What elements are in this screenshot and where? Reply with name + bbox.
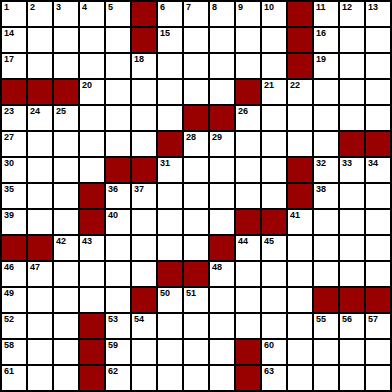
cell-r2c1[interactable] — [28, 54, 52, 78]
cell-r7c12[interactable]: 38 — [314, 184, 338, 208]
cell-r6c13[interactable]: 33 — [340, 158, 364, 182]
clue-number: 57 — [368, 314, 378, 324]
cell-r13c0[interactable]: 58 — [2, 340, 26, 364]
cell-r1c0[interactable]: 14 — [2, 28, 26, 52]
cell-r13c4[interactable]: 59 — [106, 340, 130, 364]
cell-r14c14[interactable] — [366, 366, 390, 390]
clue-number: 16 — [316, 28, 326, 38]
cell-r4c3[interactable] — [80, 106, 104, 130]
cell-r5c12[interactable] — [314, 132, 338, 156]
cell-r10c2[interactable] — [54, 262, 78, 286]
cell-r8c5[interactable] — [132, 210, 156, 234]
cell-r3c7[interactable] — [184, 80, 208, 104]
cell-r2c5[interactable]: 18 — [132, 54, 156, 78]
clue-number: 49 — [4, 288, 14, 298]
cell-r12c13[interactable]: 56 — [340, 314, 364, 338]
cell-r10c8[interactable]: 48 — [210, 262, 234, 286]
clue-number: 50 — [160, 288, 170, 298]
cell-r7c7[interactable] — [184, 184, 208, 208]
cell-r12c12[interactable]: 55 — [314, 314, 338, 338]
cell-r2c3[interactable] — [80, 54, 104, 78]
cell-r4c9[interactable]: 26 — [236, 106, 260, 130]
block-cell-r11c5 — [132, 288, 156, 312]
cell-r11c0[interactable]: 49 — [2, 288, 26, 312]
cell-r8c0[interactable]: 39 — [2, 210, 26, 234]
cell-r11c3[interactable] — [80, 288, 104, 312]
cell-r3c13[interactable] — [340, 80, 364, 104]
cell-r0c7[interactable]: 7 — [184, 2, 208, 26]
clue-number: 43 — [82, 236, 92, 246]
cell-r1c10[interactable] — [262, 28, 286, 52]
cell-r5c11[interactable] — [288, 132, 312, 156]
cell-r6c10[interactable] — [262, 158, 286, 182]
clue-number: 36 — [108, 184, 118, 194]
cell-r10c11[interactable] — [288, 262, 312, 286]
clue-number: 6 — [160, 2, 165, 12]
block-cell-r14c9 — [236, 366, 260, 390]
cell-r11c1[interactable] — [28, 288, 52, 312]
block-cell-r5c14 — [366, 132, 390, 156]
cell-r12c2[interactable] — [54, 314, 78, 338]
block-cell-r6c5 — [132, 158, 156, 182]
cell-r6c3[interactable] — [80, 158, 104, 182]
cell-r9c3[interactable]: 43 — [80, 236, 104, 260]
cell-r7c0[interactable]: 35 — [2, 184, 26, 208]
cell-r7c13[interactable] — [340, 184, 364, 208]
cell-r2c0[interactable]: 17 — [2, 54, 26, 78]
clue-number: 52 — [4, 314, 14, 324]
cell-r13c13[interactable] — [340, 340, 364, 364]
clue-number: 12 — [342, 2, 352, 12]
clue-number: 33 — [342, 158, 352, 168]
clue-number: 38 — [316, 184, 326, 194]
cell-r9c14[interactable] — [366, 236, 390, 260]
block-cell-r8c9 — [236, 210, 260, 234]
cell-r9c12[interactable] — [314, 236, 338, 260]
block-cell-r8c10 — [262, 210, 286, 234]
block-cell-r13c3 — [80, 340, 104, 364]
cell-r3c8[interactable] — [210, 80, 234, 104]
clue-number: 48 — [212, 262, 222, 272]
cell-r11c4[interactable] — [106, 288, 130, 312]
cell-r3c10[interactable]: 21 — [262, 80, 286, 104]
cell-r2c9[interactable] — [236, 54, 260, 78]
clue-number: 1 — [4, 2, 9, 12]
cell-r1c8[interactable] — [210, 28, 234, 52]
cell-r8c13[interactable] — [340, 210, 364, 234]
clue-number: 18 — [134, 54, 144, 64]
clue-number: 63 — [264, 366, 274, 376]
cell-r0c9[interactable]: 9 — [236, 2, 260, 26]
cell-r14c10[interactable]: 63 — [262, 366, 286, 390]
block-cell-r10c7 — [184, 262, 208, 286]
clue-number: 14 — [4, 28, 14, 38]
cell-r12c8[interactable] — [210, 314, 234, 338]
block-cell-r6c4 — [106, 158, 130, 182]
cell-r14c12[interactable] — [314, 366, 338, 390]
cell-r2c6[interactable] — [158, 54, 182, 78]
cell-r1c12[interactable]: 16 — [314, 28, 338, 52]
cell-r4c4[interactable] — [106, 106, 130, 130]
clue-number: 47 — [30, 262, 40, 272]
cell-r7c8[interactable] — [210, 184, 234, 208]
cell-r14c0[interactable]: 61 — [2, 366, 26, 390]
cell-r7c1[interactable] — [28, 184, 52, 208]
clue-number: 41 — [290, 210, 300, 220]
block-cell-r4c8 — [210, 106, 234, 130]
cell-r7c4[interactable]: 36 — [106, 184, 130, 208]
clue-number: 24 — [30, 106, 40, 116]
cell-r4c12[interactable] — [314, 106, 338, 130]
cell-r0c1[interactable]: 2 — [28, 2, 52, 26]
cell-r12c7[interactable] — [184, 314, 208, 338]
cell-r6c2[interactable] — [54, 158, 78, 182]
clue-number: 4 — [82, 2, 87, 12]
block-cell-r11c12 — [314, 288, 338, 312]
clue-number: 39 — [4, 210, 14, 220]
cell-r8c12[interactable] — [314, 210, 338, 234]
cell-r13c14[interactable] — [366, 340, 390, 364]
cell-r9c13[interactable] — [340, 236, 364, 260]
clue-number: 45 — [264, 236, 274, 246]
clue-number: 23 — [4, 106, 14, 116]
block-cell-r5c13 — [340, 132, 364, 156]
cell-r14c7[interactable] — [184, 366, 208, 390]
clue-number: 7 — [186, 2, 191, 12]
cell-r11c10[interactable] — [262, 288, 286, 312]
cell-r9c10[interactable]: 45 — [262, 236, 286, 260]
cell-r12c10[interactable] — [262, 314, 286, 338]
cell-r9c6[interactable] — [158, 236, 182, 260]
cell-r11c2[interactable] — [54, 288, 78, 312]
clue-number: 28 — [186, 132, 196, 142]
crossword-board: 1234567891011121314151617181920212223242… — [0, 0, 392, 392]
cell-r7c6[interactable] — [158, 184, 182, 208]
clue-number: 40 — [108, 210, 118, 220]
cell-r4c14[interactable] — [366, 106, 390, 130]
cell-r8c4[interactable]: 40 — [106, 210, 130, 234]
cell-r5c10[interactable] — [262, 132, 286, 156]
cell-r14c1[interactable] — [28, 366, 52, 390]
block-cell-r12c3 — [80, 314, 104, 338]
clue-number: 56 — [342, 314, 352, 324]
cell-r3c6[interactable] — [158, 80, 182, 104]
block-cell-r7c3 — [80, 184, 104, 208]
cell-r8c2[interactable] — [54, 210, 78, 234]
cell-r4c6[interactable] — [158, 106, 182, 130]
cell-r5c5[interactable] — [132, 132, 156, 156]
clue-number: 55 — [316, 314, 326, 324]
cell-r10c9[interactable] — [236, 262, 260, 286]
clue-number: 15 — [160, 28, 170, 38]
block-cell-r3c9 — [236, 80, 260, 104]
clue-number: 17 — [4, 54, 14, 64]
block-cell-r3c0 — [2, 80, 26, 104]
cell-r13c11[interactable] — [288, 340, 312, 364]
block-cell-r11c13 — [340, 288, 364, 312]
cell-r10c10[interactable] — [262, 262, 286, 286]
cell-r14c13[interactable] — [340, 366, 364, 390]
clue-number: 26 — [238, 106, 248, 116]
cell-r12c5[interactable]: 54 — [132, 314, 156, 338]
block-cell-r4c7 — [184, 106, 208, 130]
block-cell-r1c11 — [288, 28, 312, 52]
cell-r7c9[interactable] — [236, 184, 260, 208]
cell-r7c2[interactable] — [54, 184, 78, 208]
clue-number: 58 — [4, 340, 14, 350]
cell-r2c2[interactable] — [54, 54, 78, 78]
cell-r10c5[interactable] — [132, 262, 156, 286]
cell-r14c2[interactable] — [54, 366, 78, 390]
cell-r14c8[interactable] — [210, 366, 234, 390]
cell-r13c10[interactable]: 60 — [262, 340, 286, 364]
cell-r6c0[interactable]: 30 — [2, 158, 26, 182]
cell-r9c5[interactable] — [132, 236, 156, 260]
cell-r10c13[interactable] — [340, 262, 364, 286]
clue-number: 31 — [160, 158, 170, 168]
cell-r0c13[interactable]: 12 — [340, 2, 364, 26]
cell-r13c12[interactable] — [314, 340, 338, 364]
clue-number: 32 — [316, 158, 326, 168]
cell-r0c3[interactable]: 4 — [80, 2, 104, 26]
cell-r2c12[interactable]: 19 — [314, 54, 338, 78]
cell-r8c7[interactable] — [184, 210, 208, 234]
clue-number: 8 — [212, 2, 217, 12]
clue-number: 61 — [4, 366, 14, 376]
cell-r4c2[interactable]: 25 — [54, 106, 78, 130]
cell-r6c9[interactable] — [236, 158, 260, 182]
cell-r0c0[interactable]: 1 — [2, 2, 26, 26]
block-cell-r6c11 — [288, 158, 312, 182]
cell-r11c8[interactable] — [210, 288, 234, 312]
block-cell-r1c5 — [132, 28, 156, 52]
clue-number: 34 — [368, 158, 378, 168]
clue-number: 37 — [134, 184, 144, 194]
cell-r1c6[interactable]: 15 — [158, 28, 182, 52]
cell-r6c6[interactable]: 31 — [158, 158, 182, 182]
cell-r4c5[interactable] — [132, 106, 156, 130]
clue-number: 60 — [264, 340, 274, 350]
cell-r8c11[interactable]: 41 — [288, 210, 312, 234]
cell-r4c11[interactable] — [288, 106, 312, 130]
block-cell-r10c6 — [158, 262, 182, 286]
clue-number: 10 — [264, 2, 274, 12]
clue-number: 29 — [212, 132, 222, 142]
cell-r10c14[interactable] — [366, 262, 390, 286]
clue-number: 46 — [4, 262, 14, 272]
cell-r1c13[interactable] — [340, 28, 364, 52]
cell-r0c4[interactable]: 5 — [106, 2, 130, 26]
cell-r1c7[interactable] — [184, 28, 208, 52]
cell-r1c4[interactable] — [106, 28, 130, 52]
block-cell-r3c1 — [28, 80, 52, 104]
clue-number: 2 — [30, 2, 35, 12]
cell-r2c10[interactable] — [262, 54, 286, 78]
cell-r12c0[interactable]: 52 — [2, 314, 26, 338]
cell-r12c6[interactable] — [158, 314, 182, 338]
block-cell-r9c8 — [210, 236, 234, 260]
cell-r8c14[interactable] — [366, 210, 390, 234]
block-cell-r3c2 — [54, 80, 78, 104]
cell-r12c9[interactable] — [236, 314, 260, 338]
clue-number: 3 — [56, 2, 61, 12]
block-cell-r11c14 — [366, 288, 390, 312]
cell-r5c1[interactable] — [28, 132, 52, 156]
cell-r9c2[interactable]: 42 — [54, 236, 78, 260]
cell-r3c4[interactable] — [106, 80, 130, 104]
clue-number: 44 — [238, 236, 248, 246]
block-cell-r9c0 — [2, 236, 26, 260]
cell-r0c12[interactable]: 11 — [314, 2, 338, 26]
block-cell-r13c9 — [236, 340, 260, 364]
cell-r1c3[interactable] — [80, 28, 104, 52]
clue-number: 19 — [316, 54, 326, 64]
cell-r11c11[interactable] — [288, 288, 312, 312]
cell-r7c10[interactable] — [262, 184, 286, 208]
cell-r6c1[interactable] — [28, 158, 52, 182]
cell-r8c8[interactable] — [210, 210, 234, 234]
clue-number: 22 — [290, 80, 300, 90]
clue-number: 54 — [134, 314, 144, 324]
clue-number: 27 — [4, 132, 14, 142]
cell-r10c4[interactable] — [106, 262, 130, 286]
cell-r9c4[interactable] — [106, 236, 130, 260]
clue-number: 30 — [4, 158, 14, 168]
clue-number: 59 — [108, 340, 118, 350]
cell-r10c0[interactable]: 46 — [2, 262, 26, 286]
cell-r6c7[interactable] — [184, 158, 208, 182]
block-cell-r2c11 — [288, 54, 312, 78]
clue-number: 11 — [316, 2, 326, 12]
cell-r0c10[interactable]: 10 — [262, 2, 286, 26]
clue-number: 35 — [4, 184, 14, 194]
clue-number: 25 — [56, 106, 66, 116]
cell-r12c1[interactable] — [28, 314, 52, 338]
cell-r5c7[interactable]: 28 — [184, 132, 208, 156]
cell-r14c5[interactable] — [132, 366, 156, 390]
cell-r1c2[interactable] — [54, 28, 78, 52]
clue-number: 13 — [368, 2, 378, 12]
clue-number: 42 — [56, 236, 66, 246]
cell-r6c12[interactable]: 32 — [314, 158, 338, 182]
cell-r3c14[interactable] — [366, 80, 390, 104]
cell-r10c12[interactable] — [314, 262, 338, 286]
cell-r4c10[interactable] — [262, 106, 286, 130]
cell-r5c2[interactable] — [54, 132, 78, 156]
cell-r3c3[interactable]: 20 — [80, 80, 104, 104]
cell-r7c14[interactable] — [366, 184, 390, 208]
block-cell-r8c3 — [80, 210, 104, 234]
cell-r5c4[interactable] — [106, 132, 130, 156]
cell-r7c5[interactable]: 37 — [132, 184, 156, 208]
clue-number: 9 — [238, 2, 243, 12]
cell-r9c11[interactable] — [288, 236, 312, 260]
cell-r10c3[interactable] — [80, 262, 104, 286]
cell-r5c9[interactable] — [236, 132, 260, 156]
cell-r6c14[interactable]: 34 — [366, 158, 390, 182]
cell-r13c8[interactable] — [210, 340, 234, 364]
cell-r14c4[interactable]: 62 — [106, 366, 130, 390]
block-cell-r7c11 — [288, 184, 312, 208]
cell-r4c13[interactable] — [340, 106, 364, 130]
cell-r9c9[interactable]: 44 — [236, 236, 260, 260]
clue-number: 62 — [108, 366, 118, 376]
block-cell-r0c11 — [288, 2, 312, 26]
block-cell-r14c3 — [80, 366, 104, 390]
cell-r11c9[interactable] — [236, 288, 260, 312]
cell-r3c11[interactable]: 22 — [288, 80, 312, 104]
cell-r11c6[interactable]: 50 — [158, 288, 182, 312]
cell-r1c9[interactable] — [236, 28, 260, 52]
block-cell-r5c6 — [158, 132, 182, 156]
block-cell-r0c5 — [132, 2, 156, 26]
cell-r13c1[interactable] — [28, 340, 52, 364]
cell-r0c14[interactable]: 13 — [366, 2, 390, 26]
cell-r0c8[interactable]: 8 — [210, 2, 234, 26]
cell-r12c4[interactable]: 53 — [106, 314, 130, 338]
cell-r6c8[interactable] — [210, 158, 234, 182]
cell-r1c1[interactable] — [28, 28, 52, 52]
cell-r14c6[interactable] — [158, 366, 182, 390]
cell-r3c5[interactable] — [132, 80, 156, 104]
clue-number: 21 — [264, 80, 274, 90]
cell-r8c6[interactable] — [158, 210, 182, 234]
cell-r0c6[interactable]: 6 — [158, 2, 182, 26]
cell-r13c2[interactable] — [54, 340, 78, 364]
cell-r2c14[interactable] — [366, 54, 390, 78]
cell-r5c8[interactable]: 29 — [210, 132, 234, 156]
cell-r10c1[interactable]: 47 — [28, 262, 52, 286]
cell-r14c11[interactable] — [288, 366, 312, 390]
cell-r0c2[interactable]: 3 — [54, 2, 78, 26]
block-cell-r9c1 — [28, 236, 52, 260]
cell-r5c3[interactable] — [80, 132, 104, 156]
cell-r13c6[interactable] — [158, 340, 182, 364]
cell-r2c4[interactable] — [106, 54, 130, 78]
cell-r12c14[interactable]: 57 — [366, 314, 390, 338]
cell-r8c1[interactable] — [28, 210, 52, 234]
clue-number: 53 — [108, 314, 118, 324]
cell-r1c14[interactable] — [366, 28, 390, 52]
cell-r2c13[interactable] — [340, 54, 364, 78]
clue-number: 20 — [82, 80, 92, 90]
cell-r4c1[interactable]: 24 — [28, 106, 52, 130]
cell-r12c11[interactable] — [288, 314, 312, 338]
cell-r3c12[interactable] — [314, 80, 338, 104]
clue-number: 5 — [108, 2, 113, 12]
cell-r2c8[interactable] — [210, 54, 234, 78]
cell-r9c7[interactable] — [184, 236, 208, 260]
cell-r4c0[interactable]: 23 — [2, 106, 26, 130]
cell-r13c7[interactable] — [184, 340, 208, 364]
cell-r5c0[interactable]: 27 — [2, 132, 26, 156]
clue-number: 51 — [186, 288, 196, 298]
cell-r13c5[interactable] — [132, 340, 156, 364]
cell-r11c7[interactable]: 51 — [184, 288, 208, 312]
cell-r2c7[interactable] — [184, 54, 208, 78]
